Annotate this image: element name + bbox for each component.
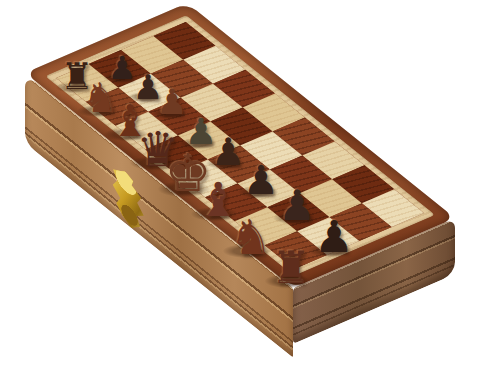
chess-piece-pawn[interactable]: ♟ [241, 160, 281, 200]
chess-box-product-photo: ♟♜♟♞♟♝♟♛♟♚♟♝♟♟♞♜ [0, 0, 480, 389]
chess-piece-rook[interactable]: ♜ [269, 245, 314, 290]
chess-piece-pawn[interactable]: ♟ [312, 215, 356, 259]
